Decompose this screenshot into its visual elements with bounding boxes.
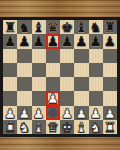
square-h7[interactable]: ♟: [103, 34, 117, 48]
square-c6[interactable]: [32, 49, 46, 63]
square-f7[interactable]: ♟: [74, 34, 88, 48]
square-c7[interactable]: ♟: [32, 34, 46, 48]
square-g8[interactable]: ♞: [89, 20, 103, 34]
square-g1[interactable]: ♞: [89, 120, 103, 134]
square-a2[interactable]: ♟: [3, 106, 17, 120]
table-background: ♜♞♝♛♚♝♞♜♟♟♟♟♟♟♟♟♟♟♟♟♟♟♟♟♜♞♝♛♚♝♞♜: [0, 0, 120, 150]
square-d2[interactable]: [46, 106, 60, 120]
piece-white-pawn[interactable]: ♟: [47, 91, 59, 105]
piece-white-pawn[interactable]: ♟: [90, 106, 102, 120]
square-e7[interactable]: ♟: [60, 34, 74, 48]
piece-white-pawn[interactable]: ♟: [75, 106, 87, 120]
square-h3[interactable]: [103, 91, 117, 105]
piece-black-king[interactable]: ♚: [61, 20, 73, 34]
piece-black-pawn[interactable]: ♟: [61, 34, 73, 48]
piece-white-knight[interactable]: ♞: [18, 120, 30, 134]
piece-black-queen[interactable]: ♛: [47, 20, 59, 34]
piece-black-bishop[interactable]: ♝: [33, 20, 45, 34]
square-e4[interactable]: [60, 77, 74, 91]
square-e1[interactable]: ♚: [60, 120, 74, 134]
square-h8[interactable]: ♜: [103, 20, 117, 34]
square-d1[interactable]: ♛: [46, 120, 60, 134]
piece-white-pawn[interactable]: ♟: [33, 106, 45, 120]
square-e5[interactable]: [60, 63, 74, 77]
square-f3[interactable]: [74, 91, 88, 105]
piece-white-king[interactable]: ♚: [61, 120, 73, 134]
square-d7[interactable]: ♟: [46, 34, 60, 48]
square-g2[interactable]: ♟: [89, 106, 103, 120]
piece-white-knight[interactable]: ♞: [90, 120, 102, 134]
piece-black-pawn[interactable]: ♟: [75, 34, 87, 48]
piece-white-pawn[interactable]: ♟: [61, 106, 73, 120]
square-g7[interactable]: ♟: [89, 34, 103, 48]
piece-black-rook[interactable]: ♜: [4, 20, 16, 34]
square-g5[interactable]: [89, 63, 103, 77]
square-d8[interactable]: ♛: [46, 20, 60, 34]
square-b2[interactable]: ♟: [17, 106, 31, 120]
square-h2[interactable]: ♟: [103, 106, 117, 120]
piece-black-bishop[interactable]: ♝: [75, 20, 87, 34]
square-c4[interactable]: [32, 77, 46, 91]
piece-black-pawn[interactable]: ♟: [47, 34, 59, 48]
square-f6[interactable]: [74, 49, 88, 63]
square-c5[interactable]: [32, 63, 46, 77]
square-f4[interactable]: [74, 77, 88, 91]
square-h4[interactable]: [103, 77, 117, 91]
square-b4[interactable]: [17, 77, 31, 91]
square-b5[interactable]: [17, 63, 31, 77]
piece-white-pawn[interactable]: ♟: [104, 106, 116, 120]
square-h1[interactable]: ♜: [103, 120, 117, 134]
square-g4[interactable]: [89, 77, 103, 91]
square-g3[interactable]: [89, 91, 103, 105]
square-a1[interactable]: ♜: [3, 120, 17, 134]
square-a8[interactable]: ♜: [3, 20, 17, 34]
piece-white-bishop[interactable]: ♝: [33, 120, 45, 134]
square-h5[interactable]: [103, 63, 117, 77]
square-d5[interactable]: [46, 63, 60, 77]
square-a6[interactable]: [3, 49, 17, 63]
piece-white-rook[interactable]: ♜: [4, 120, 16, 134]
square-f5[interactable]: [74, 63, 88, 77]
square-e6[interactable]: [60, 49, 74, 63]
piece-black-pawn[interactable]: ♟: [18, 34, 30, 48]
square-d4[interactable]: [46, 77, 60, 91]
square-h6[interactable]: [103, 49, 117, 63]
square-d3[interactable]: ♟: [46, 91, 60, 105]
chess-board: ♜♞♝♛♚♝♞♜♟♟♟♟♟♟♟♟♟♟♟♟♟♟♟♟♜♞♝♛♚♝♞♜: [0, 17, 120, 137]
piece-black-knight[interactable]: ♞: [18, 20, 30, 34]
piece-black-knight[interactable]: ♞: [90, 20, 102, 34]
square-a3[interactable]: [3, 91, 17, 105]
piece-black-pawn[interactable]: ♟: [4, 34, 16, 48]
piece-white-bishop[interactable]: ♝: [75, 120, 87, 134]
square-e8[interactable]: ♚: [60, 20, 74, 34]
square-e3[interactable]: [60, 91, 74, 105]
piece-black-pawn[interactable]: ♟: [90, 34, 102, 48]
piece-black-pawn[interactable]: ♟: [33, 34, 45, 48]
square-b1[interactable]: ♞: [17, 120, 31, 134]
square-f1[interactable]: ♝: [74, 120, 88, 134]
square-f2[interactable]: ♟: [74, 106, 88, 120]
square-f8[interactable]: ♝: [74, 20, 88, 34]
square-c1[interactable]: ♝: [32, 120, 46, 134]
square-b3[interactable]: [17, 91, 31, 105]
piece-white-rook[interactable]: ♜: [104, 120, 116, 134]
square-g6[interactable]: [89, 49, 103, 63]
piece-white-pawn[interactable]: ♟: [18, 106, 30, 120]
piece-white-queen[interactable]: ♛: [47, 120, 59, 134]
move-origin-dot: [48, 108, 58, 118]
piece-white-pawn[interactable]: ♟: [4, 106, 16, 120]
square-d6[interactable]: [46, 49, 60, 63]
square-e2[interactable]: ♟: [60, 106, 74, 120]
square-a5[interactable]: [3, 63, 17, 77]
square-c2[interactable]: ♟: [32, 106, 46, 120]
square-c3[interactable]: [32, 91, 46, 105]
square-a4[interactable]: [3, 77, 17, 91]
piece-black-pawn[interactable]: ♟: [104, 34, 116, 48]
board-grid: ♜♞♝♛♚♝♞♜♟♟♟♟♟♟♟♟♟♟♟♟♟♟♟♟♜♞♝♛♚♝♞♜: [3, 20, 117, 134]
square-b7[interactable]: ♟: [17, 34, 31, 48]
square-a7[interactable]: ♟: [3, 34, 17, 48]
square-b8[interactable]: ♞: [17, 20, 31, 34]
square-b6[interactable]: [17, 49, 31, 63]
square-c8[interactable]: ♝: [32, 20, 46, 34]
piece-black-rook[interactable]: ♜: [104, 20, 116, 34]
